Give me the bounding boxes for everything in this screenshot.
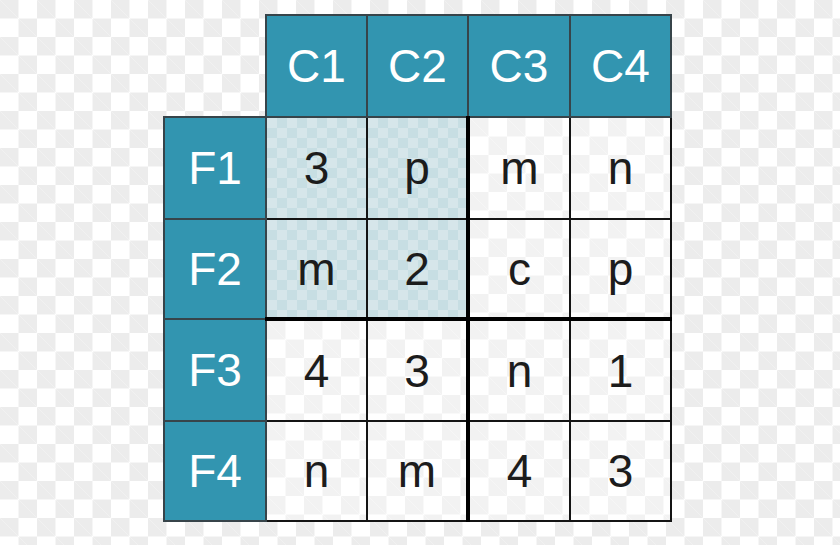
row-header-f2: F2 — [164, 219, 266, 319]
col-header-c1: C1 — [266, 15, 367, 117]
row-header-f3: F3 — [164, 319, 266, 421]
row-f2: F2 m 2 c p — [164, 219, 671, 319]
row-header-f4: F4 — [164, 421, 266, 521]
cell-f4-c2: m — [367, 421, 468, 521]
cell-f2-c1: m — [266, 219, 367, 319]
col-header-c2: C2 — [367, 15, 468, 117]
cell-f3-c2: 3 — [367, 319, 468, 421]
header-row: C1 C2 C3 C4 — [164, 15, 671, 117]
cell-f4-c4: 3 — [570, 421, 671, 521]
cell-f1-c2: p — [367, 117, 468, 219]
row-f3: F3 4 3 n 1 — [164, 319, 671, 421]
corner-cell — [164, 15, 266, 117]
col-header-c4: C4 — [570, 15, 671, 117]
cell-f3-c4: 1 — [570, 319, 671, 421]
row-f4: F4 n m 4 3 — [164, 421, 671, 521]
cell-f1-c1: 3 — [266, 117, 367, 219]
cell-f3-c3: n — [468, 319, 570, 421]
cell-f2-c4: p — [570, 219, 671, 319]
cell-f1-c3: m — [468, 117, 570, 219]
transparency-checker-background: C1 C2 C3 C4 F1 3 p m n F2 m 2 c p F3 4 3… — [0, 0, 840, 545]
cell-f4-c1: n — [266, 421, 367, 521]
matrix-table: C1 C2 C3 C4 F1 3 p m n F2 m 2 c p F3 4 3… — [163, 14, 672, 522]
cell-f4-c3: 4 — [468, 421, 570, 521]
cell-f2-c3: c — [468, 219, 570, 319]
col-header-c3: C3 — [468, 15, 570, 117]
row-header-f1: F1 — [164, 117, 266, 219]
cell-f2-c2: 2 — [367, 219, 468, 319]
cell-f1-c4: n — [570, 117, 671, 219]
cell-f3-c1: 4 — [266, 319, 367, 421]
row-f1: F1 3 p m n — [164, 117, 671, 219]
